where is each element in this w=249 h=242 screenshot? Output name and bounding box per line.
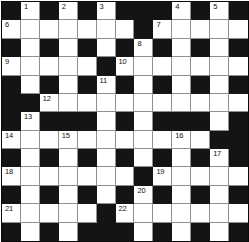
cell-r4-c1[interactable] (21, 76, 40, 94)
cell-r10-c11[interactable] (210, 186, 229, 204)
cell-r0-c5[interactable]: 3 (97, 2, 116, 20)
block-cell-r8-c8 (153, 149, 172, 167)
block-cell-r12-c10 (191, 223, 210, 241)
block-cell-r8-c6 (116, 149, 135, 167)
cell-r10-c7[interactable]: 20 (134, 186, 153, 204)
cell-r1-c8[interactable]: 7 (153, 20, 172, 38)
block-cell-r12-c0 (2, 223, 21, 241)
block-cell-r9-c7 (134, 167, 153, 185)
block-cell-r3-c5 (97, 57, 116, 75)
block-cell-r5-c0 (2, 94, 21, 112)
crossword-grid: 12345678910111213141516171819202122 (1, 1, 249, 242)
block-cell-r4-c4 (78, 76, 97, 94)
cell-r9-c3[interactable] (59, 167, 78, 185)
cell-r0-c9[interactable]: 4 (172, 2, 191, 20)
cell-r11-c8[interactable] (153, 204, 172, 222)
block-cell-r6-c3 (59, 112, 78, 130)
cell-r9-c10[interactable] (191, 167, 210, 185)
block-cell-r0-c7 (134, 2, 153, 20)
block-cell-r12-c12 (229, 223, 248, 241)
cell-r3-c6[interactable]: 10 (116, 57, 135, 75)
clue-number-8: 8 (137, 40, 141, 48)
clue-number-22: 22 (119, 205, 127, 213)
cell-r3-c7[interactable] (134, 57, 153, 75)
block-cell-r0-c4 (78, 2, 97, 20)
block-cell-r6-c8 (153, 112, 172, 130)
cell-r2-c7[interactable]: 8 (134, 39, 153, 57)
cell-r1-c1[interactable] (21, 20, 40, 38)
cell-r11-c9[interactable] (172, 204, 191, 222)
cell-r1-c0[interactable]: 6 (2, 20, 21, 38)
block-cell-r0-c8 (153, 2, 172, 20)
cell-r11-c12[interactable] (229, 204, 248, 222)
block-cell-r6-c0 (2, 112, 21, 130)
cell-r9-c6[interactable] (116, 167, 135, 185)
cell-r7-c3[interactable]: 15 (59, 131, 78, 149)
cell-r0-c11[interactable]: 5 (210, 2, 229, 20)
clue-number-4: 4 (175, 3, 179, 11)
cell-r5-c8[interactable] (153, 94, 172, 112)
block-cell-r12-c4 (78, 223, 97, 241)
clue-number-15: 15 (62, 132, 70, 140)
cell-r8-c5[interactable] (97, 149, 116, 167)
cell-r1-c5[interactable] (97, 20, 116, 38)
block-cell-r2-c10 (191, 39, 210, 57)
cell-r0-c3[interactable]: 2 (59, 2, 78, 20)
cell-r11-c0[interactable]: 21 (2, 204, 21, 222)
block-cell-r10-c2 (40, 186, 59, 204)
cell-r5-c4[interactable] (78, 94, 97, 112)
cell-r1-c9[interactable] (172, 20, 191, 38)
cell-r7-c4[interactable] (78, 131, 97, 149)
cell-r7-c8[interactable] (153, 131, 172, 149)
block-cell-r2-c8 (153, 39, 172, 57)
cell-r1-c6[interactable] (116, 20, 135, 38)
block-cell-r0-c12 (229, 2, 248, 20)
cell-r5-c7[interactable] (134, 94, 153, 112)
cell-r9-c4[interactable] (78, 167, 97, 185)
block-cell-r4-c0 (2, 76, 21, 94)
cell-r4-c11[interactable] (210, 76, 229, 94)
cell-r7-c2[interactable] (40, 131, 59, 149)
block-cell-r11-c5 (97, 204, 116, 222)
cell-r9-c5[interactable] (97, 167, 116, 185)
cell-r5-c3[interactable] (59, 94, 78, 112)
block-cell-r2-c6 (116, 39, 135, 57)
cell-r7-c0[interactable]: 14 (2, 131, 21, 149)
block-cell-r4-c12 (229, 76, 248, 94)
cell-r9-c2[interactable] (40, 167, 59, 185)
cell-r9-c0[interactable]: 18 (2, 167, 21, 185)
cell-r9-c9[interactable] (172, 167, 191, 185)
block-cell-r0-c10 (191, 2, 210, 20)
block-cell-r10-c10 (191, 186, 210, 204)
block-cell-r6-c9 (172, 112, 191, 130)
cell-r6-c7[interactable] (134, 112, 153, 130)
clue-number-7: 7 (156, 21, 160, 29)
block-cell-r10-c4 (78, 186, 97, 204)
cell-r5-c5[interactable] (97, 94, 116, 112)
cell-r1-c4[interactable] (78, 20, 97, 38)
clue-number-17: 17 (213, 150, 221, 158)
cell-r3-c8[interactable] (153, 57, 172, 75)
clue-number-18: 18 (5, 168, 13, 176)
cell-r1-c11[interactable] (210, 20, 229, 38)
cell-r1-c3[interactable] (59, 20, 78, 38)
cell-r12-c3[interactable] (59, 223, 78, 241)
cell-r11-c3[interactable] (59, 204, 78, 222)
block-cell-r6-c4 (78, 112, 97, 130)
cell-r4-c9[interactable] (172, 76, 191, 94)
cell-r7-c10[interactable] (191, 131, 210, 149)
clue-number-5: 5 (213, 3, 217, 11)
block-cell-r8-c10 (191, 149, 210, 167)
cell-r6-c11[interactable] (210, 112, 229, 130)
clue-number-2: 2 (62, 3, 66, 11)
cell-r4-c7[interactable] (134, 76, 153, 94)
cell-r3-c9[interactable] (172, 57, 191, 75)
block-cell-r2-c4 (78, 39, 97, 57)
clue-number-11: 11 (100, 77, 107, 85)
cell-r11-c7[interactable] (134, 204, 153, 222)
cell-r9-c12[interactable] (229, 167, 248, 185)
block-cell-r2-c12 (229, 39, 248, 57)
cell-r1-c10[interactable] (191, 20, 210, 38)
block-cell-r12-c5 (97, 223, 116, 241)
block-cell-r4-c6 (116, 76, 135, 94)
cell-r3-c2[interactable] (40, 57, 59, 75)
cell-r3-c12[interactable] (229, 57, 248, 75)
cell-r0-c1[interactable]: 1 (21, 2, 40, 20)
cell-r2-c11[interactable] (210, 39, 229, 57)
cell-r11-c2[interactable] (40, 204, 59, 222)
block-cell-r6-c10 (191, 112, 210, 130)
cell-r5-c11[interactable] (210, 94, 229, 112)
block-cell-r4-c10 (191, 76, 210, 94)
block-cell-r2-c0 (2, 39, 21, 57)
block-cell-r12-c6 (116, 223, 135, 241)
block-cell-r6-c2 (40, 112, 59, 130)
cell-r11-c6[interactable]: 22 (116, 204, 135, 222)
cell-r3-c4[interactable] (78, 57, 97, 75)
cell-r7-c9[interactable]: 16 (172, 131, 191, 149)
clue-number-20: 20 (137, 187, 145, 195)
cell-r4-c3[interactable] (59, 76, 78, 94)
clue-number-10: 10 (119, 58, 127, 66)
cell-r8-c11[interactable]: 17 (210, 149, 229, 167)
cell-r11-c10[interactable] (191, 204, 210, 222)
cell-r8-c1[interactable] (21, 149, 40, 167)
cell-r9-c11[interactable] (210, 167, 229, 185)
block-cell-r6-c6 (116, 112, 135, 130)
cell-r5-c9[interactable] (172, 94, 191, 112)
block-cell-r10-c0 (2, 186, 21, 204)
cell-r7-c7[interactable] (134, 131, 153, 149)
cell-r5-c2[interactable]: 12 (40, 94, 59, 112)
clue-number-6: 6 (5, 21, 9, 29)
cell-r9-c1[interactable] (21, 167, 40, 185)
cell-r12-c11[interactable] (210, 223, 229, 241)
cell-r10-c9[interactable] (172, 186, 191, 204)
cell-r3-c10[interactable] (191, 57, 210, 75)
cell-r3-c0[interactable]: 9 (2, 57, 21, 75)
cell-r9-c8[interactable]: 19 (153, 167, 172, 185)
block-cell-r4-c8 (153, 76, 172, 94)
clue-number-3: 3 (100, 3, 104, 11)
block-cell-r8-c2 (40, 149, 59, 167)
cell-r12-c7[interactable] (134, 223, 153, 241)
cell-r2-c5[interactable] (97, 39, 116, 57)
cell-r5-c12[interactable] (229, 94, 248, 112)
cell-r12-c9[interactable] (172, 223, 191, 241)
cell-r4-c5[interactable]: 11 (97, 76, 116, 94)
clue-number-19: 19 (156, 168, 164, 176)
cell-r2-c1[interactable] (21, 39, 40, 57)
cell-r8-c7[interactable] (134, 149, 153, 167)
block-cell-r8-c0 (2, 149, 21, 167)
cell-r2-c3[interactable] (59, 39, 78, 57)
cell-r8-c3[interactable] (59, 149, 78, 167)
cell-r1-c2[interactable] (40, 20, 59, 38)
block-cell-r5-c1 (21, 94, 40, 112)
clue-number-14: 14 (5, 132, 13, 140)
block-cell-r1-c7 (134, 20, 153, 38)
block-cell-r0-c0 (2, 2, 21, 20)
cell-r2-c9[interactable] (172, 39, 191, 57)
block-cell-r0-c2 (40, 2, 59, 20)
cell-r8-c9[interactable] (172, 149, 191, 167)
clue-number-9: 9 (5, 58, 9, 66)
block-cell-r8-c12 (229, 149, 248, 167)
block-cell-r10-c12 (229, 186, 248, 204)
block-cell-r7-c12 (229, 131, 248, 149)
cell-r10-c1[interactable] (21, 186, 40, 204)
block-cell-r7-c11 (210, 131, 229, 149)
block-cell-r10-c8 (153, 186, 172, 204)
clue-number-16: 16 (175, 132, 183, 140)
clue-number-12: 12 (43, 95, 51, 103)
cell-r5-c6[interactable] (116, 94, 135, 112)
block-cell-r10-c6 (116, 186, 135, 204)
cell-r3-c11[interactable] (210, 57, 229, 75)
cell-r10-c5[interactable] (97, 186, 116, 204)
cell-r5-c10[interactable] (191, 94, 210, 112)
cell-r12-c1[interactable] (21, 223, 40, 241)
clue-number-21: 21 (5, 205, 13, 213)
cell-r11-c11[interactable] (210, 204, 229, 222)
cell-r10-c3[interactable] (59, 186, 78, 204)
block-cell-r12-c2 (40, 223, 59, 241)
cell-r11-c4[interactable] (78, 204, 97, 222)
clue-number-13: 13 (24, 113, 32, 121)
cell-r3-c3[interactable] (59, 57, 78, 75)
block-cell-r2-c2 (40, 39, 59, 57)
block-cell-r12-c8 (153, 223, 172, 241)
cell-r11-c1[interactable] (21, 204, 40, 222)
block-cell-r6-c12 (229, 112, 248, 130)
block-cell-r4-c2 (40, 76, 59, 94)
cell-r7-c5[interactable] (97, 131, 116, 149)
cell-r6-c1[interactable]: 13 (21, 112, 40, 130)
block-cell-r0-c6 (116, 2, 135, 20)
cell-r1-c12[interactable] (229, 20, 248, 38)
clue-number-1: 1 (24, 3, 28, 11)
cell-r7-c6[interactable] (116, 131, 135, 149)
cell-r3-c1[interactable] (21, 57, 40, 75)
block-cell-r8-c4 (78, 149, 97, 167)
cell-r6-c5[interactable] (97, 112, 116, 130)
cell-r7-c1[interactable] (21, 131, 40, 149)
